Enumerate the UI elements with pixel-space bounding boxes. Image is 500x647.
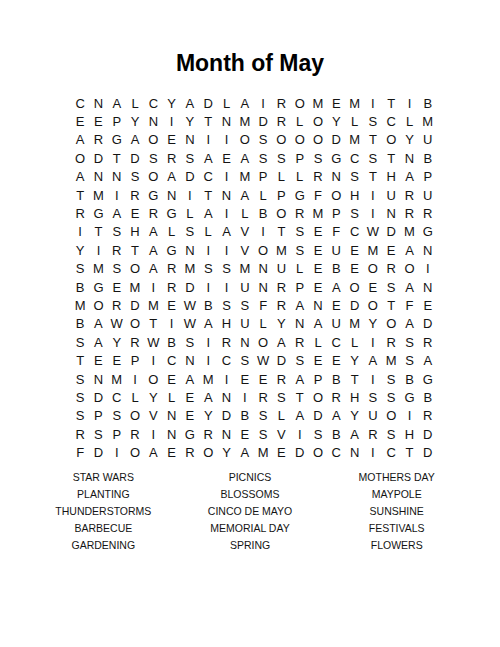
grid-cell: B — [419, 149, 437, 167]
grid-cell: T — [108, 149, 126, 167]
grid-cell: T — [272, 223, 290, 241]
grid-cell: D — [254, 112, 272, 130]
grid-cell: H — [126, 223, 144, 241]
grid-cell: S — [144, 149, 162, 167]
grid-cell: R — [364, 425, 382, 443]
grid-cell: L — [272, 168, 290, 186]
grid-cell: T — [382, 149, 400, 167]
grid-cell: E — [309, 351, 327, 369]
grid-cell: Y — [217, 443, 235, 461]
grid-cell: C — [345, 149, 363, 167]
grid-cell: O — [309, 112, 327, 130]
grid-cell: S — [382, 278, 400, 296]
grid-cell: N — [217, 388, 235, 406]
grid-cell: O — [199, 443, 217, 461]
grid-cell: N — [345, 443, 363, 461]
grid-cell: R — [162, 149, 180, 167]
grid-cell: I — [400, 94, 418, 112]
grid-cell: U — [327, 315, 345, 333]
grid-cell: P — [126, 351, 144, 369]
grid-cell: L — [126, 388, 144, 406]
grid-cell: A — [345, 425, 363, 443]
grid-cell: D — [345, 296, 363, 314]
grid-cell: D — [419, 425, 437, 443]
grid-cell: I — [254, 223, 272, 241]
grid-cell: A — [199, 204, 217, 222]
grid-cell: O — [254, 241, 272, 259]
grid-cell: O — [71, 149, 89, 167]
grid-cell: E — [89, 112, 107, 130]
grid-cell: R — [108, 296, 126, 314]
grid-cell: I — [364, 94, 382, 112]
grid-cell: N — [309, 296, 327, 314]
grid-cell: E — [309, 260, 327, 278]
grid-cell: S — [309, 149, 327, 167]
word-list-item: BLOSSOMS — [177, 486, 324, 503]
grid-cell: O — [126, 315, 144, 333]
grid-cell: N — [217, 425, 235, 443]
grid-cell: E — [345, 260, 363, 278]
grid-cell: A — [144, 443, 162, 461]
grid-cell: W — [108, 315, 126, 333]
grid-cell: L — [162, 223, 180, 241]
word-list-item: STAR WARS — [30, 469, 177, 486]
grid-cell: W — [364, 223, 382, 241]
grid-cell: U — [236, 278, 254, 296]
grid-cell: O — [89, 296, 107, 314]
word-list-item: THUNDERSTORMS — [30, 503, 177, 520]
grid-cell: I — [71, 223, 89, 241]
grid-cell: N — [291, 315, 309, 333]
grid-cell: S — [181, 333, 199, 351]
grid-cell: R — [419, 204, 437, 222]
grid-cell: F — [254, 296, 272, 314]
grid-cell: V — [144, 407, 162, 425]
grid-cell: S — [71, 333, 89, 351]
grid-cell: M — [345, 94, 363, 112]
grid-cell: L — [254, 315, 272, 333]
grid-cell: O — [291, 94, 309, 112]
grid-cell: L — [199, 223, 217, 241]
word-list-item: BARBECUE — [30, 520, 177, 537]
grid-cell: E — [162, 443, 180, 461]
grid-cell: B — [71, 278, 89, 296]
grid-cell: N — [89, 94, 107, 112]
grid-cell: M — [254, 443, 272, 461]
grid-cell: B — [254, 204, 272, 222]
grid-cell: I — [199, 278, 217, 296]
grid-cell: T — [144, 315, 162, 333]
grid-cell: R — [272, 278, 290, 296]
grid-cell: L — [254, 186, 272, 204]
grid-cell: A — [71, 168, 89, 186]
grid-cell: D — [291, 443, 309, 461]
grid-cell: A — [236, 94, 254, 112]
grid-cell: N — [419, 241, 437, 259]
grid-cell: A — [236, 186, 254, 204]
grid-cell: E — [382, 241, 400, 259]
word-list-item: GARDENING — [30, 537, 177, 554]
grid-cell: N — [254, 260, 272, 278]
grid-cell: R — [144, 204, 162, 222]
grid-cell: M — [236, 260, 254, 278]
grid-cell: A — [291, 296, 309, 314]
grid-cell: N — [217, 186, 235, 204]
grid-cell: M — [345, 315, 363, 333]
grid-cell: N — [181, 241, 199, 259]
grid-cell: G — [291, 186, 309, 204]
grid-cell: A — [217, 223, 235, 241]
grid-cell: M — [309, 94, 327, 112]
grid-cell: I — [144, 278, 162, 296]
grid-cell: A — [327, 407, 345, 425]
grid-cell: U — [272, 260, 290, 278]
grid-cell: B — [419, 94, 437, 112]
grid-cell: I — [364, 443, 382, 461]
grid-cell: A — [126, 131, 144, 149]
grid-cell: Y — [126, 112, 144, 130]
grid-cell: L — [181, 204, 199, 222]
grid-cell: G — [162, 204, 180, 222]
grid-cell: B — [327, 425, 345, 443]
grid-cell: R — [272, 296, 290, 314]
grid-cell: I — [217, 241, 235, 259]
grid-cell: E — [272, 443, 290, 461]
grid-cell: I — [108, 443, 126, 461]
grid-cell: I — [144, 425, 162, 443]
grid-cell: V — [236, 223, 254, 241]
grid-cell: D — [89, 388, 107, 406]
grid-cell: N — [217, 112, 235, 130]
grid-cell: O — [364, 260, 382, 278]
grid-cell: N — [89, 370, 107, 388]
grid-cell: M — [236, 112, 254, 130]
grid-cell: O — [364, 296, 382, 314]
grid-cell: Y — [327, 112, 345, 130]
grid-cell: R — [71, 204, 89, 222]
grid-cell: T — [364, 131, 382, 149]
grid-cell: A — [199, 388, 217, 406]
grid-cell: E — [364, 278, 382, 296]
grid-cell: O — [309, 388, 327, 406]
grid-cell: D — [419, 443, 437, 461]
grid-cell: C — [217, 351, 235, 369]
grid-cell: W — [144, 333, 162, 351]
grid-cell: M — [108, 370, 126, 388]
grid-cell: I — [364, 186, 382, 204]
grid-cell: A — [181, 370, 199, 388]
grid-cell: L — [291, 112, 309, 130]
grid-cell: R — [272, 94, 290, 112]
grid-cell: L — [126, 94, 144, 112]
grid-cell: S — [254, 131, 272, 149]
grid-cell: E — [217, 149, 235, 167]
grid-cell: N — [162, 425, 180, 443]
grid-cell: T — [382, 296, 400, 314]
grid-cell: R — [291, 333, 309, 351]
grid-cell: G — [419, 370, 437, 388]
grid-cell: S — [217, 296, 235, 314]
grid-cell: A — [108, 94, 126, 112]
grid-cell: O — [291, 131, 309, 149]
grid-cell: O — [382, 131, 400, 149]
grid-cell: M — [419, 112, 437, 130]
grid-cell: A — [144, 241, 162, 259]
grid-cell: N — [400, 149, 418, 167]
grid-cell: I — [217, 278, 235, 296]
word-list-item: FESTIVALS — [323, 520, 470, 537]
grid-cell: D — [89, 443, 107, 461]
grid-cell: H — [345, 186, 363, 204]
grid-cell: P — [291, 149, 309, 167]
grid-cell: I — [126, 370, 144, 388]
grid-cell: A — [291, 407, 309, 425]
grid-cell: Y — [144, 388, 162, 406]
grid-cell: N — [419, 278, 437, 296]
grid-cell: T — [345, 370, 363, 388]
grid-cell: S — [364, 149, 382, 167]
grid-cell: M — [272, 241, 290, 259]
grid-cell: F — [327, 223, 345, 241]
grid-cell: B — [162, 333, 180, 351]
word-list-item: PLANTING — [30, 486, 177, 503]
grid-cell: R — [382, 260, 400, 278]
grid-cell: O — [382, 407, 400, 425]
grid-cell: S — [309, 425, 327, 443]
grid-cell: R — [400, 186, 418, 204]
grid-cell: G — [108, 131, 126, 149]
grid-cell: R — [272, 112, 290, 130]
grid-cell: D — [309, 407, 327, 425]
grid-cell: S — [254, 407, 272, 425]
grid-cell: I — [199, 131, 217, 149]
grid-cell: R — [382, 333, 400, 351]
word-list-item: PICNICS — [177, 469, 324, 486]
grid-cell: I — [236, 388, 254, 406]
grid-cell: R — [162, 260, 180, 278]
grid-cell: M — [382, 351, 400, 369]
grid-cell: R — [126, 186, 144, 204]
word-list-item: SPRING — [177, 537, 324, 554]
grid-cell: A — [71, 131, 89, 149]
grid-cell: C — [162, 351, 180, 369]
grid-cell: G — [181, 425, 199, 443]
grid-cell: E — [309, 241, 327, 259]
grid-cell: R — [291, 204, 309, 222]
grid-cell: E — [71, 112, 89, 130]
grid-cell: A — [400, 241, 418, 259]
grid-cell: M — [126, 278, 144, 296]
grid-cell: A — [89, 315, 107, 333]
grid-cell: R — [327, 388, 345, 406]
grid-cell: G — [327, 149, 345, 167]
grid-cell: E — [327, 351, 345, 369]
grid-cell: E — [419, 296, 437, 314]
grid-cell: A — [89, 333, 107, 351]
grid-cell: N — [382, 204, 400, 222]
grid-cell: O — [126, 407, 144, 425]
grid-cell: O — [272, 131, 290, 149]
word-list-item: FLOWERS — [323, 537, 470, 554]
grid-cell: N — [181, 131, 199, 149]
grid-cell: S — [382, 370, 400, 388]
grid-cell: U — [419, 186, 437, 204]
grid-cell: M — [89, 186, 107, 204]
grid-cell: I — [217, 168, 235, 186]
grid-cell: C — [199, 168, 217, 186]
grid-cell: G — [144, 186, 162, 204]
grid-cell: S — [345, 168, 363, 186]
grid-cell: E — [236, 370, 254, 388]
grid-cell: O — [382, 315, 400, 333]
grid-cell: U — [382, 186, 400, 204]
grid-cell: D — [272, 351, 290, 369]
grid-cell: B — [419, 388, 437, 406]
grid-cell: P — [327, 204, 345, 222]
grid-cell: T — [382, 94, 400, 112]
grid-cell: I — [400, 407, 418, 425]
word-list-item: MOTHERS DAY — [323, 469, 470, 486]
grid-cell: I — [364, 333, 382, 351]
grid-cell: G — [89, 204, 107, 222]
grid-cell: O — [345, 278, 363, 296]
grid-cell: N — [162, 407, 180, 425]
grid-cell: R — [272, 370, 290, 388]
grid-cell: I — [144, 351, 162, 369]
grid-cell: A — [199, 149, 217, 167]
grid-cell: S — [400, 333, 418, 351]
grid-cell: S — [108, 260, 126, 278]
grid-cell: A — [400, 168, 418, 186]
grid-cell: T — [400, 443, 418, 461]
grid-cell: S — [71, 388, 89, 406]
grid-cell: A — [144, 260, 162, 278]
grid-cell: S — [217, 260, 235, 278]
grid-cell: S — [89, 425, 107, 443]
grid-cell: W — [181, 296, 199, 314]
grid-cell: G — [89, 278, 107, 296]
grid-cell: Y — [199, 407, 217, 425]
grid-cell: S — [108, 407, 126, 425]
grid-cell: E — [327, 94, 345, 112]
grid-cell: S — [382, 388, 400, 406]
letter-grid: CNALCYADLAIROMEMITIBEEPYNIYTNMDRLOYLSCLM… — [71, 94, 437, 462]
grid-cell: L — [345, 333, 363, 351]
grid-cell: P — [272, 186, 290, 204]
grid-cell: M — [364, 241, 382, 259]
grid-cell: M — [89, 260, 107, 278]
word-list-item: CINCO DE MAYO — [177, 503, 324, 520]
grid-cell: S — [272, 149, 290, 167]
grid-cell: H — [400, 425, 418, 443]
puzzle-title: Month of May — [0, 50, 500, 77]
grid-cell: M — [236, 168, 254, 186]
grid-cell: D — [199, 94, 217, 112]
grid-cell: S — [71, 407, 89, 425]
grid-cell: C — [345, 223, 363, 241]
grid-cell: E — [181, 407, 199, 425]
grid-cell: S — [71, 370, 89, 388]
grid-cell: L — [236, 204, 254, 222]
grid-cell: O — [400, 260, 418, 278]
grid-cell: O — [144, 370, 162, 388]
grid-cell: S — [181, 149, 199, 167]
grid-cell: A — [144, 223, 162, 241]
grid-cell: R — [254, 388, 272, 406]
grid-cell: L — [291, 168, 309, 186]
grid-cell: L — [291, 260, 309, 278]
grid-cell: O — [144, 168, 162, 186]
grid-cell: G — [162, 241, 180, 259]
grid-cell: T — [89, 223, 107, 241]
grid-cell: Y — [345, 351, 363, 369]
grid-cell: B — [236, 407, 254, 425]
grid-cell: E — [162, 131, 180, 149]
grid-cell: R — [71, 425, 89, 443]
grid-cell: S — [345, 204, 363, 222]
grid-cell: O — [126, 260, 144, 278]
grid-cell: R — [217, 333, 235, 351]
grid-cell: F — [71, 443, 89, 461]
grid-cell: N — [108, 168, 126, 186]
grid-cell: Y — [272, 315, 290, 333]
grid-cell: A — [272, 333, 290, 351]
grid-cell: E — [89, 351, 107, 369]
grid-cell: R — [419, 333, 437, 351]
grid-cell: E — [162, 296, 180, 314]
grid-cell: A — [419, 351, 437, 369]
grid-cell: S — [272, 388, 290, 406]
grid-cell: A — [236, 149, 254, 167]
grid-cell: M — [144, 296, 162, 314]
grid-cell: A — [236, 443, 254, 461]
grid-cell: U — [236, 315, 254, 333]
grid-cell: S — [291, 351, 309, 369]
grid-cell: D — [419, 315, 437, 333]
grid-cell: L — [162, 388, 180, 406]
grid-cell: M — [71, 296, 89, 314]
grid-cell: O — [272, 204, 290, 222]
grid-cell: W — [254, 351, 272, 369]
grid-cell: I — [217, 370, 235, 388]
grid-cell: S — [254, 149, 272, 167]
grid-cell: E — [162, 370, 180, 388]
grid-cell: E — [108, 351, 126, 369]
grid-cell: V — [272, 425, 290, 443]
grid-cell: D — [327, 131, 345, 149]
grid-cell: A — [364, 351, 382, 369]
grid-cell: I — [199, 333, 217, 351]
word-list-column: MOTHERS DAYMAYPOLESUNSHINEFESTIVALSFLOWE… — [323, 469, 470, 554]
grid-cell: D — [181, 278, 199, 296]
grid-cell: N — [89, 168, 107, 186]
grid-cell: N — [254, 278, 272, 296]
grid-cell: E — [327, 296, 345, 314]
grid-cell: P — [108, 425, 126, 443]
grid-cell: C — [382, 443, 400, 461]
grid-cell: T — [291, 388, 309, 406]
grid-cell: M — [181, 260, 199, 278]
grid-cell: S — [108, 223, 126, 241]
grid-cell: Y — [71, 241, 89, 259]
grid-cell: C — [327, 443, 345, 461]
grid-cell: H — [345, 388, 363, 406]
grid-cell: T — [364, 168, 382, 186]
grid-cell: I — [181, 186, 199, 204]
grid-cell: Y — [364, 315, 382, 333]
grid-cell: B — [400, 370, 418, 388]
grid-cell: Y — [108, 333, 126, 351]
